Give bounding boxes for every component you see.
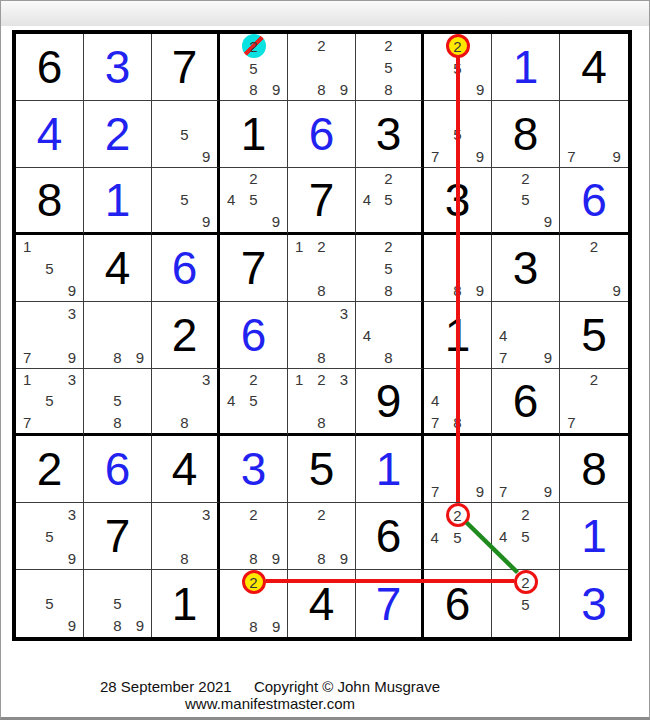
pencil-mark-5: 5 [106,592,128,614]
cell-r7c6[interactable]: 1 [356,436,424,503]
solved-digit: 3 [241,446,267,492]
pencil-mark-5: 5 [242,189,264,210]
pencil-mark-7: 7 [492,346,514,368]
pencil-mark-2: 2 [242,503,264,525]
pencil-mark-4: 4 [424,527,446,548]
pencil-marks: 478 [424,369,491,433]
pencil-mark-9: 9 [537,346,559,368]
cell-r7c3[interactable]: 4 [152,436,220,503]
pencil-mark-7: 7 [560,412,583,433]
given-digit: 1 [241,111,267,157]
cell-r3c3[interactable]: 59 [152,168,220,235]
pencil-mark-3: 3 [61,503,83,525]
cell-r8c6[interactable]: 6 [356,503,424,570]
cell-r1c4[interactable]: 2589 [220,34,288,101]
pencil-mark-2-yellow-highlight: 2 [446,34,470,58]
pencil-mark-9: 9 [61,547,83,569]
pencil-mark-9: 9 [470,79,492,100]
given-digit: 8 [37,177,63,223]
given-digit: 4 [172,446,198,492]
cell-r9c2[interactable]: 589 [84,570,152,637]
pencil-mark-2: 2 [242,168,264,189]
cell-r6c8[interactable]: 6 [492,369,560,436]
pencil-mark-7: 7 [16,346,38,368]
cell-r2c4[interactable]: 1 [220,101,288,168]
cell-r1c5[interactable]: 289 [288,34,356,101]
cell-r8c2[interactable]: 7 [84,503,152,570]
pencil-marks: 38 [288,302,355,368]
pencil-mark-9: 9 [265,547,287,569]
given-digit: 1 [172,581,198,627]
pencil-mark-2: 2 [583,235,606,257]
solved-digit: 6 [241,312,267,358]
cell-r7c2[interactable]: 6 [84,436,152,503]
pencil-mark-5: 5 [514,594,538,616]
pencil-marks: 2589 [220,34,287,100]
cell-r3c2[interactable]: 1 [84,168,152,235]
given-digit: 5 [309,446,335,492]
pencil-mark-7: 7 [16,412,38,433]
solved-digit: 1 [513,44,539,90]
cell-r2c5[interactable]: 6 [288,101,356,168]
pencil-marks: 479 [492,302,559,368]
window-top-strip [1,1,649,26]
pencil-mark-5: 5 [174,189,196,210]
pencil-mark-9: 9 [61,615,83,637]
cell-r7c8[interactable]: 79 [492,436,560,503]
cell-r4c7[interactable]: 89 [424,235,492,302]
pencil-mark-8: 8 [310,346,332,368]
solved-digit: 1 [376,446,402,492]
pencil-mark-1: 1 [16,369,38,390]
pencil-mark-9: 9 [333,78,355,100]
cell-r9c4[interactable]: 289 [220,570,288,637]
pencil-marks: 1238 [288,369,355,433]
pencil-mark-2-ring-highlight: 2 [514,570,538,594]
given-digit: 6 [445,581,471,627]
cell-r3c7[interactable]: 3 [424,168,492,235]
cell-r2c8[interactable]: 8 [492,101,560,168]
given-digit: 8 [581,446,607,492]
pencil-mark-8: 8 [242,547,264,569]
pencil-mark-9: 9 [605,145,628,167]
pencil-mark-1: 1 [288,369,310,390]
pencil-marks: 359 [16,503,83,569]
cell-r8c4[interactable]: 289 [220,503,288,570]
cell-r8c1[interactable]: 359 [16,503,84,570]
cell-r9c1[interactable]: 59 [16,570,84,637]
pencil-marks: 245 [492,503,559,569]
pencil-mark-9: 9 [469,145,491,167]
cell-r5c2[interactable]: 89 [84,302,152,369]
cell-r3c9[interactable]: 6 [560,168,628,235]
pencil-mark-2: 2 [310,235,332,257]
pencil-marks: 89 [424,235,491,301]
pencil-mark-9: 9 [469,279,491,301]
footer-date: 28 September 2021 [100,678,232,695]
given-digit: 6 [376,513,402,559]
pencil-mark-9: 9 [61,346,83,368]
cell-r5c4[interactable]: 6 [220,302,288,369]
pencil-marks: 58 [84,369,151,433]
pencil-mark-5: 5 [106,390,128,411]
given-digit: 3 [445,177,471,223]
cell-r4c2[interactable]: 4 [84,235,152,302]
cell-r6c9[interactable]: 27 [560,369,628,436]
pencil-marks: 258 [356,34,421,100]
pencil-mark-5: 5 [38,390,60,411]
cell-r1c1[interactable]: 6 [16,34,84,101]
pencil-mark-2: 2 [378,235,400,257]
pencil-mark-3: 3 [333,302,355,324]
pencil-mark-5: 5 [38,525,60,547]
footer-website: www.manifestmaster.com [185,695,355,712]
pencil-marks: 259 [492,168,559,232]
cell-r1c7[interactable]: 259 [424,34,492,101]
given-digit: 2 [172,312,198,358]
pencil-mark-2-cyan-highlight: 2 [242,34,266,58]
pencil-mark-9: 9 [266,616,288,638]
given-digit: 9 [376,378,402,424]
pencil-mark-7: 7 [424,145,446,167]
pencil-mark-4: 4 [492,324,514,346]
given-digit: 1 [445,312,471,358]
pencil-mark-7: 7 [424,480,446,502]
pencil-mark-9: 9 [333,547,355,569]
pencil-mark-3: 3 [195,369,217,390]
pencil-mark-3: 3 [333,369,355,390]
pencil-marks: 59 [16,570,83,637]
pencil-mark-7: 7 [560,145,583,167]
cell-r3c6[interactable]: 245 [356,168,424,235]
cell-r2c1[interactable]: 4 [16,101,84,168]
pencil-mark-8: 8 [446,279,468,301]
pencil-mark-4: 4 [356,189,378,210]
pencil-marks: 258 [356,235,421,301]
pencil-mark-5: 5 [242,58,266,79]
pencil-marks: 29 [560,235,628,301]
pencil-mark-3: 3 [195,503,217,525]
cell-r5c1[interactable]: 379 [16,302,84,369]
cell-r1c2[interactable]: 3 [84,34,152,101]
pencil-mark-9: 9 [605,279,628,301]
cell-r3c8[interactable]: 259 [492,168,560,235]
cell-r6c7[interactable]: 478 [424,369,492,436]
pencil-mark-5: 5 [446,58,470,79]
pencil-marks: 159 [16,235,83,301]
pencil-mark-5: 5 [446,527,470,548]
pencil-mark-9: 9 [537,211,559,232]
cell-r7c4[interactable]: 3 [220,436,288,503]
sudoku-grid: 6372589289258259144259163579879815924597… [12,30,632,641]
pencil-mark-2: 2 [378,34,400,56]
given-digit: 7 [105,513,131,559]
pencil-marks: 289 [288,503,355,569]
pencil-marks: 289 [288,34,355,100]
solved-digit: 1 [581,513,607,559]
footer-copyright: Copyright © John Musgrave [254,678,440,695]
pencil-marks: 38 [152,369,217,433]
cell-r6c2[interactable]: 58 [84,369,152,436]
pencil-mark-8: 8 [242,79,266,100]
solved-digit: 3 [105,44,131,90]
cell-r8c9[interactable]: 1 [560,503,628,570]
pencil-mark-5: 5 [38,592,60,614]
cell-r5c5[interactable]: 38 [288,302,356,369]
pencil-mark-5: 5 [378,189,400,210]
given-digit: 7 [309,177,335,223]
cell-r2c3[interactable]: 59 [152,101,220,168]
pencil-mark-2-yellow-highlight: 2 [242,570,266,594]
pencil-mark-5: 5 [174,123,196,145]
pencil-mark-9: 9 [129,615,151,637]
cell-r1c6[interactable]: 258 [356,34,424,101]
solved-digit: 7 [376,581,402,627]
pencil-marks: 245 [220,369,287,433]
cell-r6c3[interactable]: 38 [152,369,220,436]
cell-r3c1[interactable]: 8 [16,168,84,235]
cell-r4c8[interactable]: 3 [492,235,560,302]
pencil-mark-4: 4 [220,189,242,210]
cell-r8c8[interactable]: 245 [492,503,560,570]
pencil-mark-9: 9 [195,145,217,167]
cell-r4c5[interactable]: 128 [288,235,356,302]
pencil-mark-8: 8 [310,279,332,301]
pencil-marks: 289 [220,570,287,637]
pencil-mark-7: 7 [424,412,446,433]
given-digit: 7 [241,245,267,291]
cell-r6c5[interactable]: 1238 [288,369,356,436]
pencil-mark-5: 5 [242,390,264,411]
pencil-marks: 59 [152,101,217,167]
pencil-marks: 259 [424,34,491,100]
given-digit: 5 [581,312,607,358]
cell-r7c9[interactable]: 8 [560,436,628,503]
given-digit: 3 [513,245,539,291]
pencil-mark-4: 4 [424,390,446,411]
cell-r9c7[interactable]: 6 [424,570,492,637]
solved-digit: 6 [309,111,335,157]
pencil-mark-8: 8 [106,615,128,637]
given-digit: 7 [172,44,198,90]
pencil-mark-2: 2 [242,369,264,390]
pencil-marks: 2459 [220,168,287,232]
cell-r9c8[interactable]: 25 [492,570,560,637]
given-digit: 4 [105,245,131,291]
pencil-mark-9: 9 [265,211,287,232]
cell-r2c2[interactable]: 2 [84,101,152,168]
cell-r8c5[interactable]: 289 [288,503,356,570]
cell-r9c9[interactable]: 3 [560,570,628,637]
cell-r6c6[interactable]: 9 [356,369,424,436]
pencil-mark-9: 9 [469,480,491,502]
cell-r4c6[interactable]: 258 [356,235,424,302]
given-digit: 4 [309,581,335,627]
pencil-mark-2: 2 [310,34,332,56]
cell-r6c4[interactable]: 245 [220,369,288,436]
footer: 28 September 2021 Copyright © John Musgr… [0,678,540,712]
cell-r9c3[interactable]: 1 [152,570,220,637]
pencil-marks: 79 [560,101,628,167]
pencil-marks: 245 [356,168,421,232]
pencil-mark-5: 5 [378,56,400,78]
pencil-marks: 245 [424,503,491,569]
pencil-mark-3: 3 [61,302,83,324]
solved-digit: 1 [105,177,131,223]
solved-digit: 6 [581,177,607,223]
pencil-mark-1: 1 [288,235,310,257]
cell-r4c4[interactable]: 7 [220,235,288,302]
pencil-mark-8: 8 [310,547,332,569]
pencil-marks: 25 [492,570,559,637]
pencil-marks: 59 [152,168,217,232]
cell-r9c5[interactable]: 4 [288,570,356,637]
pencil-mark-9: 9 [129,346,151,368]
pencil-mark-3: 3 [61,369,83,390]
cell-r7c7[interactable]: 79 [424,436,492,503]
cell-r4c1[interactable]: 159 [16,235,84,302]
pencil-mark-2: 2 [310,503,332,525]
cell-r2c6[interactable]: 3 [356,101,424,168]
given-digit: 4 [581,44,607,90]
solved-digit: 6 [105,446,131,492]
pencil-mark-2: 2 [583,369,606,390]
pencil-marks: 379 [16,302,83,368]
cell-r8c3[interactable]: 38 [152,503,220,570]
cell-r4c3[interactable]: 6 [152,235,220,302]
given-digit: 2 [37,446,63,492]
cell-r7c1[interactable]: 2 [16,436,84,503]
pencil-mark-8: 8 [310,78,332,100]
pencil-mark-5: 5 [38,257,60,279]
pencil-mark-8: 8 [310,412,332,433]
cell-r5c3[interactable]: 2 [152,302,220,369]
given-digit: 6 [513,378,539,424]
cell-r1c8[interactable]: 1 [492,34,560,101]
pencil-marks: 589 [84,570,151,637]
given-digit: 6 [37,44,63,90]
pencil-mark-2: 2 [514,168,536,189]
pencil-mark-8: 8 [242,616,266,638]
cell-r5c7[interactable]: 1 [424,302,492,369]
pencil-mark-2: 2 [514,503,536,525]
cell-r4c9[interactable]: 29 [560,235,628,302]
pencil-mark-8: 8 [174,412,196,433]
pencil-marks: 89 [84,302,151,368]
pencil-mark-5: 5 [378,257,400,279]
pencil-mark-7: 7 [492,480,514,502]
solved-digit: 4 [37,111,63,157]
cell-r8c7[interactable]: 245 [424,503,492,570]
pencil-marks: 1357 [16,369,83,433]
pencil-mark-2: 2 [310,369,332,390]
pencil-marks: 38 [152,503,217,569]
cell-r5c6[interactable]: 48 [356,302,424,369]
pencil-mark-8: 8 [378,346,400,368]
cell-r2c9[interactable]: 79 [560,101,628,168]
solved-digit: 2 [105,111,131,157]
cell-r5c8[interactable]: 479 [492,302,560,369]
pencil-mark-8: 8 [106,346,128,368]
pencil-mark-8: 8 [378,78,400,100]
pencil-marks: 79 [424,436,491,502]
pencil-mark-4: 4 [220,390,242,411]
pencil-mark-9: 9 [537,480,559,502]
cell-r2c7[interactable]: 579 [424,101,492,168]
pencil-mark-9: 9 [195,211,217,232]
pencil-mark-8: 8 [174,547,196,569]
cell-r3c4[interactable]: 2459 [220,168,288,235]
pencil-mark-9: 9 [266,79,288,100]
pencil-mark-8: 8 [446,412,468,433]
given-digit: 3 [376,111,402,157]
pencil-mark-4: 4 [492,525,514,547]
cell-r1c9[interactable]: 4 [560,34,628,101]
cell-r9c6[interactable]: 7 [356,570,424,637]
pencil-marks: 48 [356,302,421,368]
pencil-marks: 579 [424,101,491,167]
pencil-marks: 27 [560,369,628,433]
cell-r1c3[interactable]: 7 [152,34,220,101]
pencil-mark-5: 5 [446,123,468,145]
cell-r6c1[interactable]: 1357 [16,369,84,436]
solved-digit: 6 [172,245,198,291]
pencil-mark-5: 5 [514,189,536,210]
pencil-marks: 289 [220,503,287,569]
solved-digit: 3 [581,581,607,627]
cell-r7c5[interactable]: 5 [288,436,356,503]
pencil-mark-5: 5 [514,525,536,547]
pencil-mark-8: 8 [106,412,128,433]
cell-r3c5[interactable]: 7 [288,168,356,235]
cell-r5c9[interactable]: 5 [560,302,628,369]
pencil-mark-1: 1 [16,235,38,257]
pencil-mark-8: 8 [378,279,400,301]
given-digit: 8 [513,111,539,157]
pencil-mark-2-ring-highlight: 2 [446,503,470,527]
pencil-mark-2: 2 [378,168,400,189]
pencil-mark-9: 9 [61,279,83,301]
pencil-mark-4: 4 [356,324,378,346]
pencil-marks: 128 [288,235,355,301]
pencil-marks: 79 [492,436,559,502]
